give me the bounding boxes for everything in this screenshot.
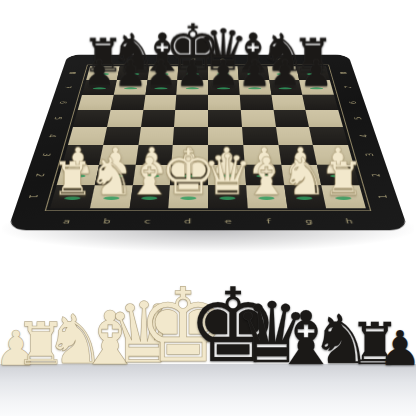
file-label-g: g: [288, 217, 330, 226]
lineup-piece-black-pawn: ♟: [390, 320, 410, 368]
file-label-c: c: [127, 217, 168, 226]
rank-label-7: 7: [51, 84, 84, 90]
square-a6: [78, 95, 114, 111]
board-frame: ♜♞♝♚♛♝♞♜♟♟♟♟♟♟♟♟♟♟♟♟♟♟♟♟♜♞♝♚♛♝♞♜: [45, 65, 372, 211]
square-g6: [271, 95, 306, 111]
square-d6: [175, 95, 208, 111]
square-f6: [239, 95, 273, 111]
square-c5: [141, 110, 176, 127]
rank-label-1: 1: [363, 192, 405, 201]
rank-label-5: 5: [341, 115, 376, 122]
square-f5: [241, 110, 276, 127]
piece-black-pawn-f7: ♟: [238, 55, 271, 92]
piece-black-pawn-c7: ♟: [145, 55, 178, 92]
square-a7: ♟: [82, 80, 117, 95]
board-grid: ♜♞♝♚♛♝♞♜♟♟♟♟♟♟♟♟♟♟♟♟♟♟♟♟♜♞♝♚♛♝♞♜: [50, 66, 366, 208]
square-b7: ♟: [114, 80, 148, 95]
square-b5: [107, 110, 143, 127]
chessboard-mat: abcdefgh abcdefgh 12345678 12345678 ♜♞♝♚…: [8, 55, 409, 230]
square-e5: [208, 110, 242, 127]
piece-lineup: ♟♜♞♝♛♚♚♛♝♞♜♟: [0, 266, 416, 368]
piece-black-pawn-a7: ♟: [83, 55, 116, 92]
rank-label-6: 6: [336, 99, 370, 105]
square-e6: [208, 95, 241, 111]
file-label-b: b: [86, 217, 128, 226]
square-b6: [110, 95, 145, 111]
rank-label-5: 5: [40, 115, 75, 122]
file-labels-bottom: abcdefgh: [45, 217, 370, 226]
file-label-e: e: [208, 217, 249, 226]
square-g7: ♟: [269, 80, 303, 95]
file-label-h: h: [328, 217, 371, 226]
chess-set-product-photo: abcdefgh abcdefgh 12345678 12345678 ♜♞♝♚…: [0, 0, 416, 416]
file-label-f: f: [248, 217, 289, 226]
square-e1: ♛: [208, 185, 247, 208]
square-e7: ♟: [208, 80, 239, 95]
piece-white-knight-g1: ♞: [282, 151, 328, 203]
piece-black-pawn-e7: ♟: [207, 55, 240, 92]
rank-label-7: 7: [332, 84, 365, 90]
square-c6: [143, 95, 177, 111]
piece-white-rook-h1: ♜: [323, 156, 364, 202]
piece-black-pawn-d7: ♟: [176, 55, 209, 92]
file-label-d: d: [167, 217, 208, 226]
piece-black-pawn-b7: ♟: [114, 55, 147, 92]
square-d7: ♟: [177, 80, 208, 95]
square-h1: ♜: [322, 185, 366, 208]
black-pawn-glyph: ♟: [378, 324, 416, 372]
square-h5: [306, 110, 343, 127]
rank-label-8: 8: [328, 70, 360, 76]
square-f7: ♟: [238, 80, 271, 95]
square-d5: [174, 110, 208, 127]
square-a5: [73, 110, 110, 127]
square-h6: [302, 95, 338, 111]
square-g1: ♞: [284, 185, 327, 208]
square-h7: ♟: [299, 80, 334, 95]
piece-black-pawn-g7: ♟: [269, 55, 302, 92]
file-label-a: a: [45, 217, 88, 226]
piece-white-rook-a1: ♜: [52, 156, 93, 202]
rank-label-6: 6: [46, 99, 80, 105]
square-c7: ♟: [145, 80, 178, 95]
square-g5: [273, 110, 309, 127]
rank-label-8: 8: [56, 70, 88, 76]
